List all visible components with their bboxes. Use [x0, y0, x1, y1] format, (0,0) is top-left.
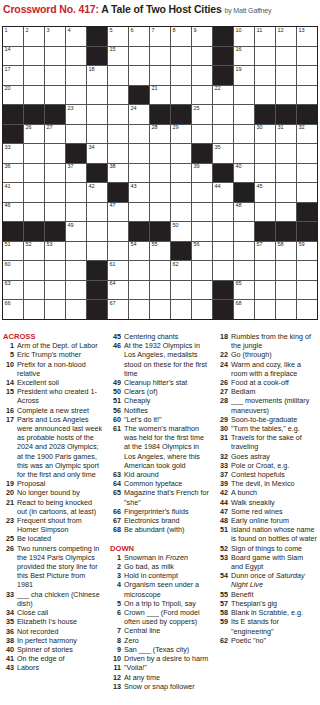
grid-cell[interactable]: 12 [276, 27, 296, 46]
grid-cell[interactable]: 33 [3, 144, 23, 163]
grid-cell[interactable] [234, 144, 254, 163]
clue-number: 19 [3, 479, 17, 488]
clue-text: Board game with Siam and Egypt [231, 553, 317, 571]
grid-cell[interactable] [45, 47, 65, 66]
grid-cell[interactable] [171, 203, 191, 222]
grid-cell[interactable] [66, 47, 86, 66]
grid-cell[interactable] [150, 261, 170, 280]
clue-item: 36Not recorded [3, 627, 103, 636]
clue-item: 40Spinner of stories [3, 645, 103, 654]
cell-number: 51 [5, 242, 11, 248]
grid-cell[interactable] [129, 164, 149, 183]
grid-cell[interactable] [66, 66, 86, 85]
grid-cell[interactable]: 56 [192, 242, 212, 261]
clue-item: 34Close call [3, 608, 103, 617]
clue-text: "Turn the tables," e.g. [231, 424, 317, 433]
grid-cell[interactable] [234, 125, 254, 144]
grid-cell[interactable]: 61 [108, 261, 128, 280]
grid-cell[interactable] [276, 300, 296, 319]
grid-cell[interactable]: 63 [3, 281, 23, 300]
grid-cell[interactable] [255, 261, 275, 280]
grid-cell[interactable] [276, 164, 296, 183]
cell-number: 27 [47, 125, 53, 131]
clue-text: Two runners competing in the 1924 Paris … [17, 544, 103, 590]
grid-cell[interactable] [297, 300, 317, 319]
clue-item: 14Excellent soil [3, 378, 103, 387]
grid-cell[interactable] [129, 47, 149, 66]
grid-cell[interactable]: 16 [234, 47, 254, 66]
clue-text: Soon-to-be-graduate [231, 415, 317, 424]
grid-cell[interactable] [171, 300, 191, 319]
grid-cell[interactable]: 57 [255, 242, 275, 261]
grid-cell[interactable]: 20 [3, 86, 23, 105]
black-cell [3, 222, 23, 241]
grid-cell[interactable] [45, 164, 65, 183]
grid-cell[interactable] [87, 125, 107, 144]
grid-cell[interactable] [24, 164, 44, 183]
clue-text: Kid around [124, 470, 210, 479]
clue-number: 49 [110, 378, 124, 387]
grid-cell[interactable]: 11 [255, 27, 275, 46]
grid-cell[interactable] [66, 300, 86, 319]
grid-cell[interactable]: 39 [192, 164, 212, 183]
clue-item: 57Thespian's gig [217, 599, 317, 608]
clue-number: 63 [110, 470, 124, 479]
black-cell [150, 222, 170, 241]
cell-number: 12 [278, 28, 284, 34]
clue-item: 15President who created 1-Across [3, 387, 103, 405]
grid-cell[interactable]: 55 [150, 242, 170, 261]
clue-number: 40 [3, 645, 17, 654]
grid-cell[interactable] [45, 300, 65, 319]
grid-cell[interactable]: 66 [3, 300, 23, 319]
black-cell [45, 105, 65, 124]
grid-cell[interactable] [192, 261, 212, 280]
clue-item: 31Travels for the sake of traveling [217, 433, 317, 451]
grid-cell[interactable] [129, 261, 149, 280]
cell-number: 61 [110, 262, 116, 268]
grid-cell[interactable] [297, 281, 317, 300]
grid-cell[interactable]: 52 [24, 242, 44, 261]
clue-number: 4 [110, 580, 124, 598]
grid-cell[interactable]: 14 [3, 47, 23, 66]
grid-cell[interactable] [192, 222, 212, 241]
cell-number: 30 [257, 125, 263, 131]
clue-item: 52Sign of things to come [217, 544, 317, 553]
cell-number: 11 [257, 28, 263, 34]
grid-cell[interactable] [297, 164, 317, 183]
grid-cell[interactable] [297, 261, 317, 280]
clue-number: 58 [217, 608, 231, 617]
grid-cell[interactable]: 28 [150, 125, 170, 144]
clue-number: 34 [3, 608, 17, 617]
grid-cell[interactable] [24, 86, 44, 105]
grid-cell[interactable]: 25 [192, 105, 212, 124]
grid-cell[interactable] [297, 144, 317, 163]
clue-item: 1Arm of the Dept. of Labor [3, 341, 103, 350]
grid-cell[interactable] [213, 125, 233, 144]
grid-cell[interactable] [255, 47, 275, 66]
grid-cell[interactable]: 65 [234, 281, 254, 300]
clue-text: Its E stands for "engineering" [231, 617, 317, 635]
clue-text: Warm and cozy, like a room with a firepl… [231, 360, 317, 378]
clue-item: 33___ cha chicken (Chinese dish) [3, 590, 103, 608]
cell-number: 34 [89, 145, 95, 151]
grid-cell[interactable] [150, 144, 170, 163]
grid-cell[interactable] [66, 86, 86, 105]
grid-cell[interactable]: 43 [129, 183, 149, 202]
grid-cell[interactable] [150, 47, 170, 66]
clue-text: Frequent shout from Homer Simpson [17, 516, 103, 534]
clue-item: 4Organism seen under a microscope [110, 580, 210, 598]
grid-cell[interactable]: 60 [3, 261, 23, 280]
grid-cell[interactable]: 34 [87, 144, 107, 163]
grid-cell[interactable] [108, 66, 128, 85]
grid-cell[interactable] [276, 281, 296, 300]
grid-cell[interactable] [66, 183, 86, 202]
grid-cell[interactable] [24, 300, 44, 319]
clue-item: 32Goes astray [217, 452, 317, 461]
grid-cell[interactable]: 4 [66, 27, 86, 46]
clue-text: Hold in contempt [124, 571, 210, 580]
clue-item: 43Labors [3, 663, 103, 672]
clue-item: 38In perfect harmony [3, 636, 103, 645]
grid-cell[interactable] [171, 164, 191, 183]
clue-item: 35Elizabeth I's house [3, 617, 103, 626]
title-main: A Tale of Two Host Cities [101, 3, 221, 15]
grid-cell[interactable]: 45 [255, 183, 275, 202]
grid-cell[interactable]: 31 [276, 125, 296, 144]
grid-cell[interactable]: 42 [87, 183, 107, 202]
clue-text: Dunn once of Saturday Night Live [231, 571, 317, 589]
grid-cell[interactable] [213, 261, 233, 280]
cell-number: 43 [131, 184, 137, 190]
clue-item: 44Walk sneakily [217, 498, 317, 507]
grid-cell[interactable]: 15 [108, 47, 128, 66]
grid-cell[interactable]: 54 [129, 242, 149, 261]
grid-cell[interactable]: 24 [129, 105, 149, 124]
clue-item: 12At any time [110, 673, 210, 682]
black-cell [150, 105, 170, 124]
grid-cell[interactable]: 19 [234, 66, 254, 85]
grid-cell[interactable] [66, 242, 86, 261]
clue-number: 67 [110, 516, 124, 525]
black-cell [213, 281, 233, 300]
grid-cell[interactable] [297, 183, 317, 202]
grid-cell[interactable] [276, 183, 296, 202]
grid-cell[interactable] [87, 105, 107, 124]
grid-cell[interactable] [276, 66, 296, 85]
clue-text: Not recorded [17, 627, 103, 636]
clue-number: 5 [3, 350, 17, 359]
grid-cell[interactable] [108, 222, 128, 241]
grid-cell[interactable] [213, 242, 233, 261]
grid-cell[interactable]: 44 [213, 183, 233, 202]
column-spacer [110, 534, 210, 543]
black-cell [87, 164, 107, 183]
grid-cell[interactable]: 3 [45, 27, 65, 46]
black-cell [297, 203, 317, 222]
clue-number: 6 [110, 608, 124, 626]
grid-cell[interactable]: 23 [66, 105, 86, 124]
grid-cell[interactable]: 30 [255, 125, 275, 144]
grid-cell[interactable] [150, 300, 170, 319]
clue-item: 33Pole or Croat, e.g. [217, 461, 317, 470]
grid-cell[interactable]: 51 [3, 242, 23, 261]
clue-item: 51Island nation whose name is found on b… [217, 525, 317, 543]
grid-cell[interactable] [129, 144, 149, 163]
grid-cell[interactable] [213, 222, 233, 241]
clue-text: Travels for the sake of traveling [231, 433, 317, 451]
grid-cell[interactable]: 29 [171, 125, 191, 144]
cell-number: 29 [173, 125, 179, 131]
grid-cell[interactable] [171, 281, 191, 300]
cell-number: 66 [5, 301, 11, 307]
grid-cell[interactable]: 53 [45, 242, 65, 261]
grid-cell[interactable] [45, 261, 65, 280]
black-cell [3, 125, 23, 144]
grid-cell[interactable] [192, 66, 212, 85]
grid-cell[interactable]: 1 [3, 27, 23, 46]
grid-cell[interactable]: 68 [234, 300, 254, 319]
grid-cell[interactable] [171, 183, 191, 202]
grid-cell[interactable] [150, 164, 170, 183]
clue-item: 68Be abundant (with) [110, 525, 210, 534]
cell-number: 15 [110, 47, 116, 53]
grid-cell[interactable] [234, 86, 254, 105]
grid-cell[interactable]: 10 [234, 27, 254, 46]
grid-cell[interactable]: 40 [234, 164, 254, 183]
grid-cell[interactable] [108, 125, 128, 144]
grid-cell[interactable]: 26 [24, 125, 44, 144]
grid-cell[interactable] [24, 144, 44, 163]
grid-cell[interactable] [192, 86, 212, 105]
grid-cell[interactable]: 21 [150, 86, 170, 105]
clue-text: ___ movements (military maneuvers) [231, 396, 317, 414]
grid-cell[interactable] [297, 66, 317, 85]
clue-number: 59 [217, 617, 231, 635]
cell-number: 23 [68, 106, 74, 112]
grid-cell[interactable]: 49 [66, 222, 86, 241]
cell-number: 55 [152, 242, 158, 248]
grid-cell[interactable] [171, 144, 191, 163]
grid-cell[interactable] [255, 66, 275, 85]
black-cell [171, 105, 191, 124]
grid-cell[interactable] [192, 203, 212, 222]
grid-cell[interactable] [255, 164, 275, 183]
grid-cell[interactable] [276, 144, 296, 163]
clue-number: 66 [110, 507, 124, 516]
grid-cell[interactable]: 50 [171, 222, 191, 241]
grid-cell[interactable] [87, 86, 107, 105]
grid-cell[interactable] [255, 281, 275, 300]
grid-cell[interactable] [45, 281, 65, 300]
grid-cell[interactable]: 6 [129, 27, 149, 46]
grid-cell[interactable] [108, 105, 128, 124]
clue-item: 48Early online forum [217, 516, 317, 525]
grid-cell[interactable] [234, 222, 254, 241]
clue-text: "Voila!" [124, 663, 210, 672]
grid-cell[interactable]: 67 [108, 300, 128, 319]
grid-cell[interactable]: 38 [108, 164, 128, 183]
clue-item: 21React to being knocked out (in cartoon… [3, 498, 103, 516]
clue-number: 51 [110, 396, 124, 405]
grid-cell[interactable] [255, 86, 275, 105]
grid-cell[interactable] [129, 66, 149, 85]
grid-cell[interactable] [276, 86, 296, 105]
grid-cell[interactable] [150, 203, 170, 222]
grid-cell[interactable] [150, 281, 170, 300]
clue-text: The women's marathon was held for the fi… [124, 424, 210, 470]
grid-cell[interactable] [171, 66, 191, 85]
clue-text: Thespian's gig [231, 599, 317, 608]
black-cell [129, 86, 149, 105]
grid-cell[interactable]: 18 [87, 66, 107, 85]
cell-number: 48 [236, 203, 242, 209]
grid-cell[interactable]: 47 [108, 203, 128, 222]
grid-cell[interactable]: 7 [150, 27, 170, 46]
grid-cell[interactable] [45, 144, 65, 163]
grid-cell[interactable] [129, 281, 149, 300]
grid-cell[interactable]: 59 [297, 242, 317, 261]
clue-text: Central line [124, 626, 210, 635]
grid-cell[interactable] [213, 105, 233, 124]
clue-text: Blank in Scrabble, e.g. [231, 608, 317, 617]
clue-text: Sign of things to come [231, 544, 317, 553]
black-cell [297, 105, 317, 124]
grid-cell[interactable] [45, 203, 65, 222]
grid-cell[interactable]: 64 [108, 281, 128, 300]
clue-number: 31 [217, 433, 231, 451]
clue-number: 28 [217, 396, 231, 414]
grid-cell[interactable]: 27 [45, 125, 65, 144]
cell-number: 2 [26, 28, 29, 34]
clue-item: 30"Turn the tables," e.g. [217, 424, 317, 433]
grid-cell[interactable] [192, 125, 212, 144]
clue-text: Rumbles from the king of the jungle [231, 332, 317, 350]
grid-cell[interactable] [87, 222, 107, 241]
grid-cell[interactable] [129, 203, 149, 222]
grid-cell[interactable] [192, 47, 212, 66]
grid-cell[interactable] [45, 66, 65, 85]
grid-cell[interactable] [108, 242, 128, 261]
clue-number: 16 [3, 406, 17, 415]
grid-cell[interactable]: 32 [297, 125, 317, 144]
cell-number: 7 [152, 28, 155, 34]
grid-cell[interactable] [192, 281, 212, 300]
grid-cell[interactable] [171, 47, 191, 66]
clue-number: 38 [3, 636, 17, 645]
grid-cell[interactable] [255, 300, 275, 319]
grid-cell[interactable]: 46 [3, 203, 23, 222]
grid-cell[interactable] [297, 47, 317, 66]
clue-item: 39The devil, in Mexico [217, 479, 317, 488]
cell-number: 53 [47, 242, 53, 248]
cell-number: 65 [236, 281, 242, 287]
clue-item: 58Blank in Scrabble, e.g. [217, 608, 317, 617]
black-cell [192, 144, 212, 163]
clue-number: 45 [110, 332, 124, 341]
grid-cell[interactable] [87, 203, 107, 222]
grid-cell[interactable] [276, 47, 296, 66]
grid-cell[interactable] [276, 203, 296, 222]
grid-cell[interactable] [276, 261, 296, 280]
grid-cell[interactable] [24, 281, 44, 300]
grid-cell[interactable]: 36 [3, 164, 23, 183]
grid-cell[interactable]: 22 [213, 86, 233, 105]
grid-cell[interactable] [192, 183, 212, 202]
grid-cell[interactable]: 2 [24, 27, 44, 46]
grid-cell[interactable]: 8 [171, 27, 191, 46]
grid-cell[interactable] [108, 86, 128, 105]
grid-cell[interactable] [24, 203, 44, 222]
grid-cell[interactable] [66, 281, 86, 300]
grid-cell[interactable]: 17 [3, 66, 23, 85]
grid-cell[interactable] [66, 125, 86, 144]
clue-item: 26Two runners competing in the 1924 Pari… [3, 544, 103, 590]
grid-cell[interactable] [24, 47, 44, 66]
grid-cell[interactable]: 58 [276, 242, 296, 261]
grid-cell[interactable] [45, 86, 65, 105]
grid-cell[interactable] [255, 144, 275, 163]
black-cell [87, 261, 107, 280]
grid-cell[interactable]: 37 [66, 164, 86, 183]
grid-cell[interactable] [192, 300, 212, 319]
clue-number: 50 [110, 387, 124, 396]
clue-number: 39 [217, 479, 231, 488]
grid-cell[interactable] [150, 66, 170, 85]
grid-cell[interactable] [24, 183, 44, 202]
grid-cell[interactable]: 41 [3, 183, 23, 202]
black-cell [87, 281, 107, 300]
grid-cell[interactable] [234, 261, 254, 280]
clue-text: React to being knocked out (in cartoons,… [17, 498, 103, 516]
clue-text: Proposal [17, 479, 103, 488]
grid-cell[interactable] [255, 203, 275, 222]
grid-cell[interactable] [213, 203, 233, 222]
grid-cell[interactable]: 48 [234, 203, 254, 222]
grid-cell[interactable] [45, 183, 65, 202]
grid-cell[interactable]: 9 [192, 27, 212, 46]
grid-cell[interactable] [24, 66, 44, 85]
clue-column-3: 18Rumbles from the king of the jungle22G… [217, 332, 317, 691]
grid-cell[interactable] [24, 261, 44, 280]
grid-cell[interactable]: 62 [171, 261, 191, 280]
grid-cell[interactable] [87, 242, 107, 261]
black-cell [45, 222, 65, 241]
grid-cell[interactable] [129, 300, 149, 319]
grid-cell[interactable] [66, 261, 86, 280]
grid-cell[interactable]: 5 [108, 27, 128, 46]
clue-number: 13 [110, 682, 124, 691]
grid-cell[interactable]: 13 [297, 27, 317, 46]
clue-number: 26 [3, 544, 17, 590]
clue-text: Centering chants [124, 332, 210, 341]
grid-cell[interactable] [171, 86, 191, 105]
grid-cell[interactable] [150, 183, 170, 202]
grid-cell[interactable] [66, 203, 86, 222]
grid-cell[interactable] [108, 144, 128, 163]
black-cell [87, 27, 107, 46]
grid-cell[interactable] [234, 242, 254, 261]
grid-cell[interactable] [129, 125, 149, 144]
grid-cell[interactable]: 35 [213, 144, 233, 163]
clue-item: 59Its E stands for "engineering" [217, 617, 317, 635]
cell-number: 8 [173, 28, 176, 34]
grid-cell[interactable] [234, 105, 254, 124]
black-cell [213, 27, 233, 46]
grid-cell[interactable] [297, 86, 317, 105]
